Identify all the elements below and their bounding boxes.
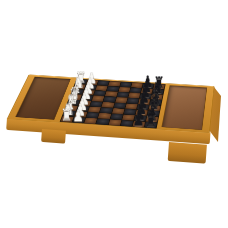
piece-tray-right xyxy=(161,85,207,130)
board-square: ♜ xyxy=(145,122,158,128)
board-square: ♟ xyxy=(132,121,145,127)
board-square xyxy=(120,120,133,126)
chess-board: ♜♟♟♜♞♟♟♞♝♟♟♝♛♟♟♛♚♟♟♚♝♟♟♝♞♟♟♞♜♟♟♜ xyxy=(60,79,166,129)
board-square xyxy=(104,96,116,102)
board-square xyxy=(84,118,97,124)
board-square xyxy=(125,103,137,109)
board-square: ♟ xyxy=(72,117,85,123)
board-square: ♟ xyxy=(79,100,92,106)
board-square xyxy=(96,119,109,125)
table-pedestal-foot-left xyxy=(41,129,66,144)
table-pedestal-foot-right xyxy=(168,142,207,164)
board-square: ♟ xyxy=(135,110,147,116)
board-square xyxy=(127,98,139,104)
product-photo-scene: ♜♟♟♜♞♟♟♞♝♟♟♝♛♟♟♛♚♟♟♚♝♟♟♝♞♟♟♞♜♟♟♜ xyxy=(0,0,228,228)
board-square: ♛ xyxy=(150,99,162,105)
board-square xyxy=(115,97,127,103)
board-square xyxy=(108,119,121,125)
white-pawn: ♟ xyxy=(86,72,97,86)
black-pawn: ♟ xyxy=(142,75,153,89)
black-rook: ♜ xyxy=(153,76,164,90)
board-square: ♛ xyxy=(69,94,82,100)
board-square: ♟ xyxy=(142,83,154,88)
white-rook: ♜ xyxy=(75,71,86,85)
board-square: ♚ xyxy=(148,105,160,111)
